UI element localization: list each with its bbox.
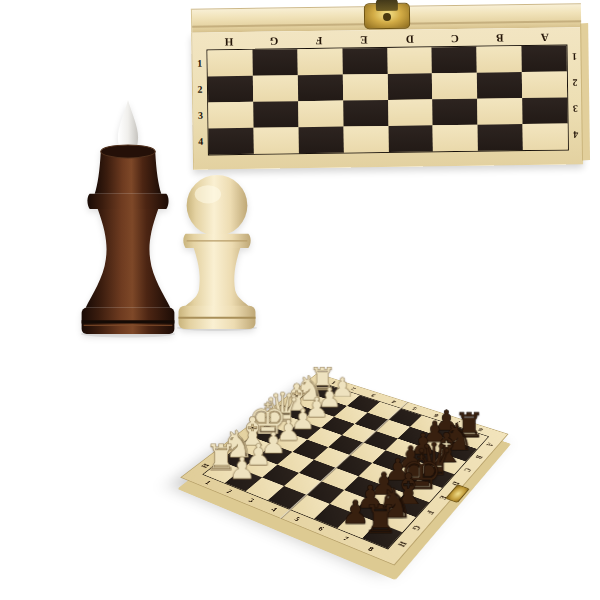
- square: [522, 45, 567, 72]
- box-front-face: HGFEDCBA 1234 1234: [191, 27, 583, 169]
- file-label: C: [432, 31, 477, 47]
- square: [433, 125, 478, 152]
- square: [342, 48, 387, 75]
- square: [478, 124, 523, 151]
- square: [298, 101, 343, 128]
- open-board: ABCDEFGH ABCDEFGH 87654321 87654321 ♜♞♝♛…: [180, 373, 508, 565]
- square: [522, 71, 567, 98]
- square: [208, 76, 253, 103]
- square: [387, 73, 432, 100]
- board-frame: ABCDEFGH ABCDEFGH 87654321 87654321 ♜♞♝♛…: [180, 373, 508, 565]
- file-label: A: [522, 29, 567, 45]
- square: [477, 98, 522, 125]
- square: [298, 127, 343, 154]
- square: [433, 99, 478, 126]
- square: [388, 125, 433, 152]
- square: [387, 47, 432, 74]
- square: [297, 49, 342, 76]
- rank-label: 3: [193, 102, 207, 128]
- square: [252, 49, 297, 76]
- square: [253, 101, 298, 128]
- box-checkerboard: [206, 44, 568, 155]
- box-side-edge: [580, 23, 590, 161]
- square: [432, 73, 477, 100]
- square: [343, 100, 388, 127]
- square: [343, 126, 388, 153]
- file-label: G: [251, 33, 296, 49]
- rank-label: 4: [194, 128, 208, 154]
- big-light-pawn: [168, 171, 266, 331]
- pawn-body: [185, 248, 250, 307]
- file-label: F: [296, 33, 341, 49]
- square: [342, 74, 387, 101]
- file-label: B: [477, 30, 522, 46]
- brass-clasp-icon: [363, 3, 409, 30]
- king-head-top: [101, 145, 155, 158]
- rank-label: 2: [193, 76, 207, 102]
- square: [523, 123, 568, 150]
- folded-chess-box: HGFEDCBA 1234 1234: [191, 3, 583, 169]
- open-board-scene: ABCDEFGH ABCDEFGH 87654321 87654321 ♜♞♝♛…: [231, 336, 469, 574]
- square: [477, 72, 522, 99]
- square: [253, 127, 298, 154]
- square: [432, 47, 477, 74]
- square: [208, 102, 253, 129]
- square: [293, 440, 328, 460]
- file-label: H: [206, 34, 251, 50]
- rank-label: 1: [192, 50, 206, 76]
- square: [209, 128, 254, 155]
- pawn-head-highlight: [195, 185, 221, 203]
- product-photo-canvas: HGFEDCBA 1234 1234: [0, 0, 600, 600]
- square: [298, 75, 343, 102]
- board-grid: ♜♞♝♛♚♝♞♜♟♟♟♟♟♟♟♟♟♟♟♟♟♟♟♟♜♞♝♛♚♝♞♜: [202, 382, 489, 549]
- square: [477, 46, 522, 73]
- pawn-head: [187, 175, 248, 236]
- king-body: [86, 209, 171, 308]
- square: [522, 97, 567, 124]
- square: [388, 99, 433, 126]
- black-rook-piece: ♜: [363, 501, 398, 540]
- square: ♜: [362, 523, 402, 549]
- square: [207, 50, 252, 77]
- square: [253, 75, 298, 102]
- box-rank-labels-left: 1234: [192, 50, 207, 154]
- white-pawn-piece: ♟: [228, 454, 255, 484]
- file-label: D: [387, 31, 432, 47]
- file-label: E: [342, 32, 387, 48]
- king-collar: [87, 194, 168, 209]
